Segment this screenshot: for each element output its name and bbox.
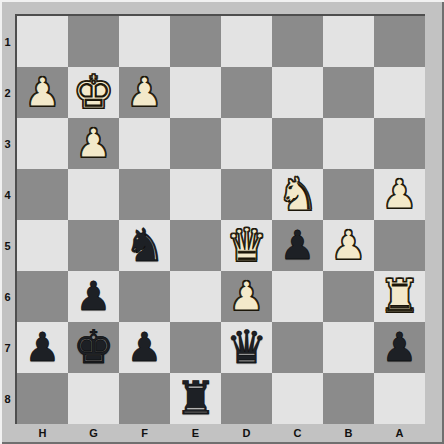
square-f2[interactable]: ♟ — [119, 67, 170, 118]
square-g6[interactable]: ♟ — [68, 271, 119, 322]
square-f7[interactable]: ♟ — [119, 322, 170, 373]
file-label-b: B — [323, 424, 374, 442]
square-h8[interactable] — [17, 373, 68, 424]
file-label-g: G — [68, 424, 119, 442]
square-h3[interactable] — [17, 118, 68, 169]
square-e1[interactable] — [170, 16, 221, 67]
square-f3[interactable] — [119, 118, 170, 169]
piece-white-knight[interactable]: ♞ — [277, 169, 318, 220]
square-h7[interactable]: ♟ — [17, 322, 68, 373]
piece-black-rook[interactable]: ♜ — [175, 373, 216, 424]
square-b1[interactable] — [323, 16, 374, 67]
file-label-e: E — [170, 424, 221, 442]
square-e6[interactable] — [170, 271, 221, 322]
file-labels: HGFEDCBA — [17, 424, 425, 442]
file-label-a: A — [374, 424, 425, 442]
rank-label-3: 3 — [0, 118, 15, 169]
square-c5[interactable]: ♟ — [272, 220, 323, 271]
square-f8[interactable] — [119, 373, 170, 424]
square-h1[interactable] — [17, 16, 68, 67]
rank-label-2: 2 — [0, 67, 15, 118]
rank-label-1: 1 — [0, 16, 15, 67]
square-f1[interactable] — [119, 16, 170, 67]
file-label-c: C — [272, 424, 323, 442]
square-g2[interactable]: ♚ — [68, 67, 119, 118]
square-h6[interactable] — [17, 271, 68, 322]
square-e8[interactable]: ♜ — [170, 373, 221, 424]
chess-board: ♟♚♟♟♞♟♞♛♟♟♟♟♜♟♚♟♛♟♜ — [15, 14, 425, 424]
piece-black-pawn[interactable]: ♟ — [382, 322, 418, 373]
file-label-f: F — [119, 424, 170, 442]
rank-label-4: 4 — [0, 169, 15, 220]
square-f4[interactable] — [119, 169, 170, 220]
square-c2[interactable] — [272, 67, 323, 118]
square-e7[interactable] — [170, 322, 221, 373]
square-a4[interactable]: ♟ — [374, 169, 425, 220]
square-e5[interactable] — [170, 220, 221, 271]
piece-black-pawn[interactable]: ♟ — [25, 322, 61, 373]
square-g3[interactable]: ♟ — [68, 118, 119, 169]
chess-diagram-frame: 12345678 ♟♚♟♟♞♟♞♛♟♟♟♟♜♟♚♟♛♟♜ HGFEDCBA — [0, 0, 444, 444]
piece-black-pawn[interactable]: ♟ — [127, 322, 163, 373]
square-a1[interactable] — [374, 16, 425, 67]
square-c3[interactable] — [272, 118, 323, 169]
square-f6[interactable] — [119, 271, 170, 322]
rank-labels: 12345678 — [0, 16, 15, 424]
piece-black-pawn[interactable]: ♟ — [76, 271, 112, 322]
rank-label-8: 8 — [0, 373, 15, 424]
square-b7[interactable] — [323, 322, 374, 373]
piece-white-pawn[interactable]: ♟ — [229, 271, 265, 322]
square-d3[interactable] — [221, 118, 272, 169]
square-a3[interactable] — [374, 118, 425, 169]
square-e3[interactable] — [170, 118, 221, 169]
square-d6[interactable]: ♟ — [221, 271, 272, 322]
rank-label-6: 6 — [0, 271, 15, 322]
piece-white-pawn[interactable]: ♟ — [382, 169, 418, 220]
file-label-d: D — [221, 424, 272, 442]
square-g5[interactable] — [68, 220, 119, 271]
square-a5[interactable] — [374, 220, 425, 271]
piece-white-pawn[interactable]: ♟ — [25, 67, 61, 118]
square-b3[interactable] — [323, 118, 374, 169]
square-d7[interactable]: ♛ — [221, 322, 272, 373]
square-h2[interactable]: ♟ — [17, 67, 68, 118]
rank-label-5: 5 — [0, 220, 15, 271]
piece-white-queen[interactable]: ♛ — [226, 220, 267, 271]
square-a6[interactable]: ♜ — [374, 271, 425, 322]
square-f5[interactable]: ♞ — [119, 220, 170, 271]
piece-white-pawn[interactable]: ♟ — [127, 67, 163, 118]
square-e2[interactable] — [170, 67, 221, 118]
piece-white-pawn[interactable]: ♟ — [331, 220, 367, 271]
square-c7[interactable] — [272, 322, 323, 373]
piece-white-pawn[interactable]: ♟ — [76, 118, 112, 169]
square-h5[interactable] — [17, 220, 68, 271]
square-a7[interactable]: ♟ — [374, 322, 425, 373]
file-label-h: H — [17, 424, 68, 442]
rank-label-7: 7 — [0, 322, 15, 373]
square-b5[interactable]: ♟ — [323, 220, 374, 271]
piece-black-queen[interactable]: ♛ — [226, 322, 267, 373]
square-b6[interactable] — [323, 271, 374, 322]
square-g8[interactable] — [68, 373, 119, 424]
piece-black-king[interactable]: ♚ — [73, 322, 114, 373]
piece-black-knight[interactable]: ♞ — [124, 220, 165, 271]
square-d5[interactable]: ♛ — [221, 220, 272, 271]
square-d2[interactable] — [221, 67, 272, 118]
square-d1[interactable] — [221, 16, 272, 67]
square-c4[interactable]: ♞ — [272, 169, 323, 220]
piece-white-king[interactable]: ♚ — [73, 67, 114, 118]
square-d8[interactable] — [221, 373, 272, 424]
square-g4[interactable] — [68, 169, 119, 220]
square-c8[interactable] — [272, 373, 323, 424]
square-b8[interactable] — [323, 373, 374, 424]
square-h4[interactable] — [17, 169, 68, 220]
square-b4[interactable] — [323, 169, 374, 220]
square-c6[interactable] — [272, 271, 323, 322]
square-e4[interactable] — [170, 169, 221, 220]
piece-white-rook[interactable]: ♜ — [379, 271, 420, 322]
piece-black-pawn[interactable]: ♟ — [280, 220, 316, 271]
square-a2[interactable] — [374, 67, 425, 118]
square-c1[interactable] — [272, 16, 323, 67]
square-g1[interactable] — [68, 16, 119, 67]
square-b2[interactable] — [323, 67, 374, 118]
square-g7[interactable]: ♚ — [68, 322, 119, 373]
square-d4[interactable] — [221, 169, 272, 220]
square-a8[interactable] — [374, 373, 425, 424]
